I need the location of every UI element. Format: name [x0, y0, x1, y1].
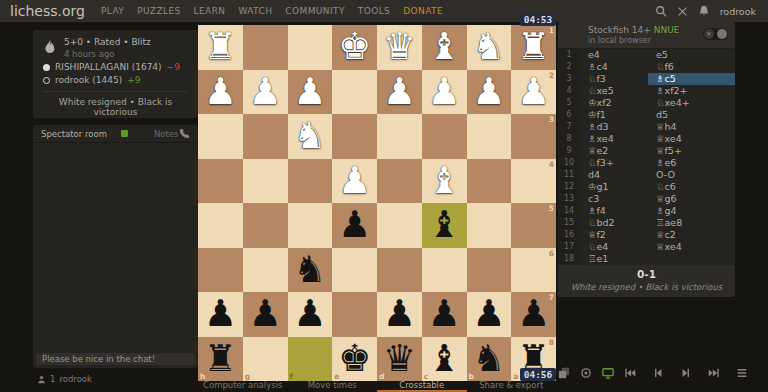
move-black[interactable]: ♘xe4+ [648, 97, 735, 109]
square-b2: ♟ [467, 70, 512, 115]
move-black[interactable]: ♗c5 [648, 73, 735, 85]
square-f4 [288, 159, 333, 204]
move-black[interactable]: ♗e6 [648, 157, 735, 169]
white-bishop: ♝ [422, 159, 467, 203]
square-b6 [467, 248, 512, 293]
square-e3 [332, 114, 377, 159]
square-a1: ♜1 [511, 25, 556, 70]
square-g2: ♟ [243, 70, 288, 115]
move-row: 1e4e5 [558, 49, 735, 61]
square-h1: ♜ [198, 25, 243, 70]
square-d3 [377, 114, 422, 159]
engine-name: Stockfish 14+ [588, 25, 651, 35]
square-h7: ♟ [198, 292, 243, 337]
move-number: 18 [558, 253, 580, 265]
move-number: 5 [558, 97, 580, 109]
username[interactable]: rodrook [720, 6, 756, 17]
square-a4: 4 [511, 159, 556, 204]
square-c1: ♝ [422, 25, 467, 70]
next-move-icon[interactable] [680, 367, 692, 379]
square-g6 [243, 248, 288, 293]
square-b5 [467, 203, 512, 248]
menu-icon[interactable] [736, 367, 748, 379]
lichess-app: lichess.org PLAYPUZZLESLEARNWATCHCOMMUNI… [0, 0, 768, 392]
white-knight: ♞ [288, 114, 333, 158]
black-color-icon [43, 77, 50, 84]
spectator-presence: 1 rodrook [37, 374, 92, 384]
move-number: 12 [558, 181, 580, 193]
black-pawn: ♟ [288, 292, 333, 336]
square-c8: ♝c [422, 337, 467, 382]
black-bishop: ♝ [422, 203, 467, 247]
move-number: 2 [558, 61, 580, 73]
move-row: 7♗d3♕h4 [558, 121, 735, 133]
move-white[interactable]: ♘xe5 [580, 85, 648, 97]
square-d5 [377, 203, 422, 248]
black-pawn: ♟ [377, 292, 422, 336]
rank-label: 1 [549, 26, 554, 35]
player-white[interactable]: RISHIPALLAGANI (1674) −9 [43, 62, 188, 72]
square-d6 [377, 248, 422, 293]
square-c2: ♟ [422, 70, 467, 115]
blitz-flame-icon [43, 38, 56, 56]
move-number: 9 [558, 145, 580, 157]
move-white[interactable]: ♗c4 [580, 61, 648, 73]
square-f5 [288, 203, 333, 248]
move-row: 9♕e2♕f5+ [558, 145, 735, 157]
topbar: lichess.org PLAYPUZZLESLEARNWATCHCOMMUNI… [0, 0, 768, 22]
square-d7: ♟ [377, 292, 422, 337]
voice-chat-icon[interactable] [179, 128, 190, 139]
black-pawn: ♟ [198, 292, 243, 336]
square-e6 [332, 248, 377, 293]
presence-user[interactable]: rodrook [59, 374, 92, 384]
move-number: 13 [558, 193, 580, 205]
white-clock: 04:53 [520, 13, 556, 26]
move-number: 15 [558, 217, 580, 229]
square-h2: ♟ [198, 70, 243, 115]
move-white[interactable]: e4 [580, 49, 648, 61]
move-black[interactable]: ♕f5+ [648, 145, 735, 157]
white-knight: ♞ [467, 25, 512, 69]
notifications-bell-icon[interactable] [698, 5, 710, 17]
square-f8: f [288, 337, 333, 382]
rank-label: 6 [549, 249, 554, 258]
white-pawn: ♟ [377, 70, 422, 114]
search-icon[interactable] [655, 5, 667, 17]
square-h5 [198, 203, 243, 248]
move-row: 2♗c4♘f6 [558, 61, 735, 73]
square-a7: ♟7 [511, 292, 556, 337]
square-f2: ♟ [288, 70, 333, 115]
engine-toggle-off-icon: × [704, 29, 714, 39]
white-king: ♚ [332, 25, 377, 69]
move-row: 8♗xe4♕xe4 [558, 133, 735, 145]
square-h6 [198, 248, 243, 293]
playback-controls [558, 367, 758, 379]
move-white[interactable]: ♗d3 [580, 121, 648, 133]
person-icon [37, 375, 46, 384]
divider [43, 91, 188, 92]
engine-bar: Stockfish 14+ NNUE in local browser × [558, 22, 735, 49]
move-number: 6 [558, 109, 580, 121]
square-g3 [243, 114, 288, 159]
square-d2: ♟ [377, 70, 422, 115]
move-white[interactable]: ♕e2 [580, 145, 648, 157]
move-row: 18♖e1 [558, 253, 735, 265]
move-number: 17 [558, 241, 580, 253]
square-c3 [422, 114, 467, 159]
white-rating-change: −9 [167, 62, 180, 72]
square-f3: ♞ [288, 114, 333, 159]
move-row: 16♕f2♕c2 [558, 229, 735, 241]
square-e2 [332, 70, 377, 115]
analysis-tabs: Computer analysisMove timesCrosstableSha… [198, 380, 556, 392]
move-black[interactable]: ♘c6 [648, 181, 735, 193]
move-row: 10♘f3+♗e6 [558, 157, 735, 169]
white-pawn: ♟ [288, 70, 333, 114]
move-black[interactable]: ♖ae8 [648, 217, 735, 229]
rank-label: 2 [549, 71, 554, 80]
move-list: 1e4e52♗c4♘f63♘f3♗c54♘xe5♗xf2+5♔xf2♘xe4+6… [558, 49, 735, 265]
chess-board: ♜♚♛♝♞♜1♟♟♟♟♟♟♟2♞3♟♝4♟♝5♞6♟♟♟♟♟♟♟7♜hgf♚e♛… [198, 25, 556, 381]
black-knight: ♞ [288, 248, 333, 292]
square-g4 [243, 159, 288, 204]
time-control: 5+0 • Rated • Blitz [64, 37, 151, 47]
move-black[interactable]: ♕g6 [648, 193, 735, 205]
black-pawn: ♟ [243, 292, 288, 336]
square-f1 [288, 25, 333, 70]
engine-nnue-label: NNUE [654, 25, 680, 35]
tab-share-export[interactable]: Share & export [467, 380, 557, 392]
move-white[interactable]: ♘e4 [580, 241, 648, 253]
move-row: 15♘bd2♖ae8 [558, 217, 735, 229]
square-e4: ♟ [332, 159, 377, 204]
menu-item-community[interactable]: COMMUNITY [285, 6, 344, 16]
previous-move-icon[interactable] [652, 367, 664, 379]
move-white[interactable]: ♗xe4 [580, 133, 648, 145]
gear-icon[interactable] [580, 367, 592, 379]
computer-eval-icon[interactable] [602, 367, 614, 379]
menu-item-tools[interactable]: TOOLS [358, 6, 390, 16]
move-row: 13c3♕g6 [558, 193, 735, 205]
tab-notes[interactable]: Notes [146, 129, 179, 139]
white-pawn: ♟ [243, 70, 288, 114]
black-bishop: ♝ [422, 337, 467, 381]
move-row: 14♗f4♗g4 [558, 205, 735, 217]
engine-toggle[interactable]: × [703, 28, 728, 40]
black-pawn: ♟ [467, 292, 512, 336]
tab-crosstable[interactable]: Crosstable [377, 380, 467, 392]
move-number: 10 [558, 157, 580, 169]
square-d1: ♛ [377, 25, 422, 70]
move-row: 17♘e4♕xe4 [558, 241, 735, 253]
square-g5 [243, 203, 288, 248]
challenges-icon[interactable] [677, 6, 688, 17]
first-move-icon[interactable] [624, 367, 636, 379]
white-pawn: ♟ [332, 159, 377, 203]
move-number: 1 [558, 49, 580, 61]
tab-spectator-room[interactable]: Spectator room [33, 129, 107, 139]
move-white[interactable]: ♗f4 [580, 205, 648, 217]
square-b8: ♞b [467, 337, 512, 382]
move-number: 4 [558, 85, 580, 97]
player-black[interactable]: rodrook (1445) +9 [43, 75, 188, 85]
square-c5: ♝ [422, 203, 467, 248]
white-rook: ♜ [198, 25, 243, 69]
move-number: 8 [558, 133, 580, 145]
move-black[interactable]: e5 [648, 49, 735, 61]
menu-item-donate[interactable]: DONATE [403, 6, 443, 16]
move-white[interactable]: ♖e1 [580, 253, 648, 265]
game-date: 4 hours ago [64, 49, 151, 59]
move-row: 5♔xf2♘xe4+ [558, 97, 735, 109]
move-white[interactable]: ♔g1 [580, 181, 648, 193]
move-row: 11d4O-O [558, 169, 735, 181]
move-white[interactable]: ♘f3 [580, 73, 648, 85]
move-black[interactable]: O-O [648, 169, 735, 181]
engine-toggle-knob [717, 29, 727, 39]
white-pawn: ♟ [467, 70, 512, 114]
move-row: 6♔f1d5 [558, 109, 735, 121]
square-e5: ♟ [332, 203, 377, 248]
move-white[interactable]: ♔xf2 [580, 97, 648, 109]
square-h4 [198, 159, 243, 204]
result-box: 0-1 White resigned • Black is victorious [558, 265, 735, 297]
black-pawn: ♟ [422, 292, 467, 336]
chat-box: Spectator room Notes Please be nice in t… [33, 125, 198, 368]
result-score: 0-1 [562, 268, 731, 280]
lichess-logo[interactable]: lichess.org [10, 3, 85, 19]
move-row: 4♘xe5♗xf2+ [558, 85, 735, 97]
square-b4 [467, 159, 512, 204]
move-black[interactable]: d5 [648, 109, 735, 121]
move-black[interactable]: ♕xe4 [648, 133, 735, 145]
square-b7: ♟ [467, 292, 512, 337]
square-f6: ♞ [288, 248, 333, 293]
rank-label: 4 [549, 160, 554, 169]
white-pawn: ♟ [198, 70, 243, 114]
square-d8: ♛d [377, 337, 422, 382]
white-pawn: ♟ [422, 70, 467, 114]
move-number: 7 [558, 121, 580, 133]
square-c7: ♟ [422, 292, 467, 337]
move-black [648, 253, 735, 265]
last-move-icon[interactable] [708, 367, 720, 379]
white-queen: ♛ [377, 25, 422, 69]
square-e7 [332, 292, 377, 337]
move-black[interactable]: ♕xe4 [648, 241, 735, 253]
move-black[interactable]: ♗g4 [648, 205, 735, 217]
move-white[interactable]: ♘bd2 [580, 217, 648, 229]
move-white[interactable]: ♕f2 [580, 229, 648, 241]
move-row: 12♔g1♘c6 [558, 181, 735, 193]
move-black[interactable]: ♗xf2+ [648, 85, 735, 97]
presence-count: 1 [50, 374, 55, 384]
square-a6: 6 [511, 248, 556, 293]
rank-label: 8 [549, 338, 554, 347]
rank-label: 3 [549, 115, 554, 124]
black-rating-change: +9 [127, 75, 140, 85]
square-f7: ♟ [288, 292, 333, 337]
square-e1: ♚ [332, 25, 377, 70]
square-a5: 5 [511, 203, 556, 248]
white-color-icon [43, 64, 50, 71]
chat-tabs: Spectator room Notes [33, 125, 198, 143]
move-number: 11 [558, 169, 580, 181]
square-d4 [377, 159, 422, 204]
square-a3: 3 [511, 114, 556, 159]
move-white[interactable]: c3 [580, 193, 648, 205]
black-pawn: ♟ [332, 203, 377, 247]
square-h8: ♜h [198, 337, 243, 382]
move-number: 16 [558, 229, 580, 241]
square-g8: g [243, 337, 288, 382]
square-g1 [243, 25, 288, 70]
move-number: 3 [558, 73, 580, 85]
menu-item-puzzles[interactable]: PUZZLES [137, 6, 180, 16]
square-a2: ♟2 [511, 70, 556, 115]
analysis-board-icon[interactable] [558, 367, 570, 379]
move-white[interactable]: d4 [580, 169, 648, 181]
rank-label: 7 [549, 293, 554, 302]
analyse-panel: Stockfish 14+ NNUE in local browser × 1e… [558, 22, 735, 297]
square-e8: ♚e [332, 337, 377, 382]
move-row: 3♘f3♗c5 [558, 73, 735, 85]
square-h3 [198, 114, 243, 159]
tab-computer-analysis[interactable]: Computer analysis [198, 380, 288, 392]
square-b1: ♞ [467, 25, 512, 70]
white-bishop: ♝ [422, 25, 467, 69]
chat-input[interactable]: Please be nice in the chat! [36, 353, 195, 365]
game-result-status: White resigned • Black is victorious [43, 97, 188, 117]
topbar-right: rodrook [655, 5, 768, 17]
square-g7: ♟ [243, 292, 288, 337]
result-note: White resigned • Black is victorious [562, 282, 731, 292]
move-black[interactable]: ♘f6 [648, 61, 735, 73]
menu-item-learn[interactable]: LEARN [194, 6, 226, 16]
square-c6 [422, 248, 467, 293]
chat-enabled-toggle[interactable] [121, 130, 128, 137]
move-white[interactable]: ♘f3+ [580, 157, 648, 169]
main-menu: PLAYPUZZLESLEARNWATCHCOMMUNITYTOOLSDONAT… [101, 6, 443, 16]
menu-item-watch[interactable]: WATCH [238, 6, 272, 16]
square-b3 [467, 114, 512, 159]
move-black[interactable]: ♕h4 [648, 121, 735, 133]
square-c4: ♝ [422, 159, 467, 204]
move-number: 14 [558, 205, 580, 217]
move-white[interactable]: ♔f1 [580, 109, 648, 121]
move-black[interactable]: ♕c2 [648, 229, 735, 241]
menu-item-play[interactable]: PLAY [101, 6, 124, 16]
game-meta-box: 5+0 • Rated • Blitz 4 hours ago RISHIPAL… [33, 30, 198, 118]
tab-move-times[interactable]: Move times [288, 380, 378, 392]
rank-label: 5 [549, 204, 554, 213]
